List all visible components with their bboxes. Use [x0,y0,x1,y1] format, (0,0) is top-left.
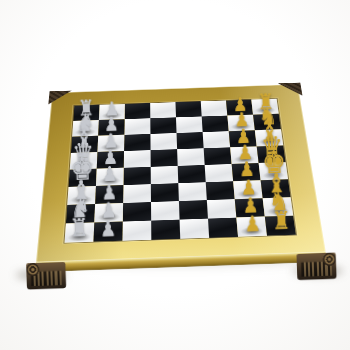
square-h6[interactable] [208,218,238,238]
black-rook: ♜ [271,209,290,234]
square-a6[interactable] [201,100,228,116]
square-g3[interactable] [123,202,151,222]
square-g5[interactable] [179,200,208,219]
camera-tilt: ♜♟♟♜♞♟♟♞♝♟♟♝♛♟♟♛♚♟♟♚♝♟♟♝♞♟♟♞♜♟♟♜ [0,0,350,350]
square-b4[interactable] [150,117,176,134]
square-f5[interactable] [178,182,207,201]
black-pawn: ♟ [244,213,261,235]
square-b6[interactable] [202,116,229,133]
square-g6[interactable] [207,199,237,218]
square-c3[interactable] [124,134,151,151]
square-c5[interactable] [177,132,204,149]
near-left-corner-foot [26,262,66,290]
board-near-edge [36,252,326,272]
square-f6[interactable] [206,181,235,200]
far-left-corner-foot [48,91,71,105]
square-h7[interactable]: ♟ [236,217,267,237]
square-d6[interactable] [204,147,232,165]
square-h1[interactable]: ♜ [65,223,95,243]
perspective-scene: ♜♟♟♜♞♟♟♞♝♟♟♝♛♟♟♛♚♟♟♚♝♟♟♝♞♟♟♞♜♟♟♜ [0,0,350,350]
square-d5[interactable] [177,148,205,166]
square-g4[interactable] [151,201,180,221]
white-rook: ♜ [69,216,88,241]
square-h4[interactable] [151,220,180,240]
square-e4[interactable] [151,166,179,184]
white-pawn: ♟ [99,218,116,240]
square-h8[interactable]: ♜ [265,216,296,236]
square-e5[interactable] [178,165,206,183]
square-c4[interactable] [150,133,177,150]
square-h2[interactable]: ♟ [93,222,122,242]
square-e3[interactable] [123,167,150,185]
far-right-corner-foot [278,83,302,97]
square-d4[interactable] [151,149,178,167]
square-b5[interactable] [176,116,203,133]
square-h5[interactable] [180,219,210,239]
square-a5[interactable] [175,101,201,117]
square-d3[interactable] [124,150,151,168]
chess-set-photo: ♜♟♟♜♞♟♟♞♝♟♟♝♛♟♟♛♚♟♟♚♝♟♟♝♞♟♟♞♜♟♟♜ [0,0,350,350]
square-a4[interactable] [150,102,176,118]
square-b3[interactable] [124,118,150,135]
square-c6[interactable] [203,131,231,148]
brass-board-frame: ♜♟♟♜♞♟♟♞♝♟♟♝♛♟♟♛♚♟♟♚♝♟♟♝♞♟♟♞♜♟♟♜ [36,84,326,262]
square-e6[interactable] [205,164,234,182]
square-a3[interactable] [125,103,151,119]
square-h3[interactable] [122,221,151,241]
square-f4[interactable] [151,183,179,202]
near-right-corner-foot [296,253,336,281]
chess-board: ♜♟♟♜♞♟♟♞♝♟♟♝♛♟♟♛♚♟♟♚♝♟♟♝♞♟♟♞♜♟♟♜ [65,99,296,243]
square-f3[interactable] [123,184,151,203]
